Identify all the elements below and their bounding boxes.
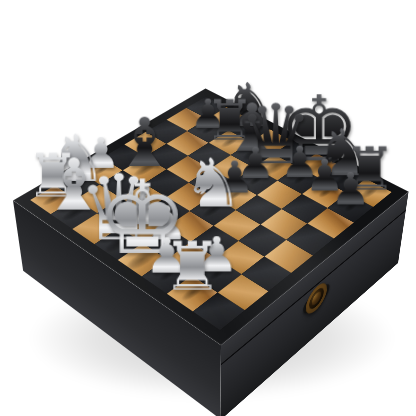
chess-box: ♜♝♛♚♟♜♞♟♟♟♟♞♝♟♟♟♜♝♛♟♟♟♞♚♞♜ [13,88,409,345]
product-photo-stage: ♜♝♛♚♟♜♞♟♟♟♟♞♝♟♟♟♜♝♛♟♟♟♞♚♞♜ [0,0,416,416]
dark-pawn-glyph: ♟ [331,167,371,212]
silver-knight-glyph: ♞ [183,150,243,217]
scene: ♜♝♛♚♟♜♞♟♟♟♟♞♝♟♟♟♜♝♛♟♟♟♞♚♞♜ [0,0,416,416]
silver-rook-glyph: ♜ [162,232,223,300]
